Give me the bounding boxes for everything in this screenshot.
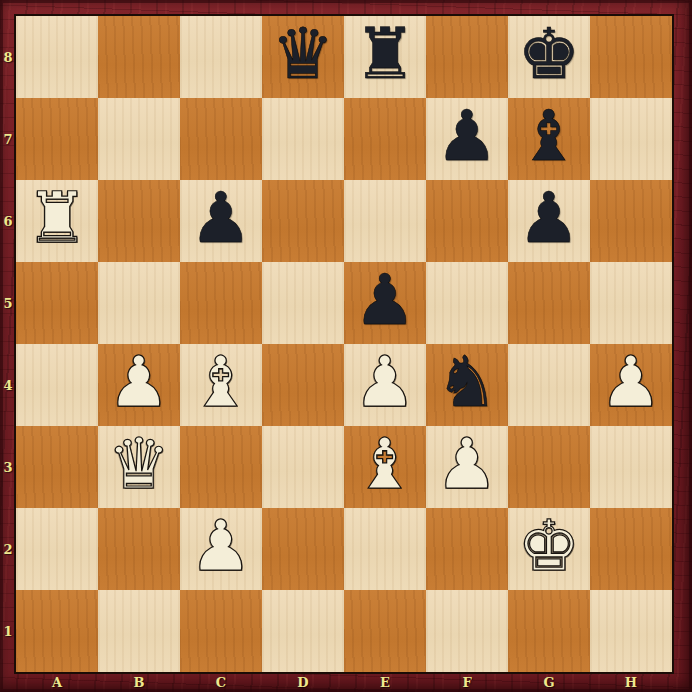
square-a7[interactable] — [16, 98, 98, 180]
piece-white-king[interactable]: ♚ — [518, 511, 581, 581]
square-f7[interactable]: ♟ — [426, 98, 508, 180]
square-b3[interactable]: ♛ — [98, 426, 180, 508]
square-b4[interactable]: ♟ — [98, 344, 180, 426]
rank-label-5: 5 — [0, 262, 16, 344]
piece-black-pawn[interactable]: ♟ — [190, 183, 253, 253]
file-label-a: A — [16, 672, 98, 692]
file-label-f: F — [426, 672, 508, 692]
rank-label-7: 7 — [0, 98, 16, 180]
file-label-c: C — [180, 672, 262, 692]
rank-label-3: 3 — [0, 426, 16, 508]
piece-black-pawn[interactable]: ♟ — [436, 101, 499, 171]
square-f4[interactable]: ♞ — [426, 344, 508, 426]
square-d7[interactable] — [262, 98, 344, 180]
square-g8[interactable]: ♚ — [508, 16, 590, 98]
square-f2[interactable] — [426, 508, 508, 590]
square-f1[interactable] — [426, 590, 508, 672]
file-label-e: E — [344, 672, 426, 692]
square-b2[interactable] — [98, 508, 180, 590]
piece-white-pawn[interactable]: ♟ — [108, 347, 171, 417]
piece-white-pawn[interactable]: ♟ — [354, 347, 417, 417]
square-e8[interactable]: ♜ — [344, 16, 426, 98]
square-f8[interactable] — [426, 16, 508, 98]
square-h7[interactable] — [590, 98, 672, 180]
square-a3[interactable] — [16, 426, 98, 508]
square-a6[interactable]: ♜ — [16, 180, 98, 262]
square-f5[interactable] — [426, 262, 508, 344]
square-e7[interactable] — [344, 98, 426, 180]
piece-black-pawn[interactable]: ♟ — [518, 183, 581, 253]
square-a1[interactable] — [16, 590, 98, 672]
rank-label-8: 8 — [0, 16, 16, 98]
piece-black-knight[interactable]: ♞ — [436, 347, 499, 417]
square-g4[interactable] — [508, 344, 590, 426]
square-d2[interactable] — [262, 508, 344, 590]
square-b6[interactable] — [98, 180, 180, 262]
square-c8[interactable] — [180, 16, 262, 98]
square-f3[interactable]: ♟ — [426, 426, 508, 508]
piece-black-rook[interactable]: ♜ — [354, 19, 417, 89]
square-c2[interactable]: ♟ — [180, 508, 262, 590]
file-label-b: B — [98, 672, 180, 692]
file-label-g: G — [508, 672, 590, 692]
square-c1[interactable] — [180, 590, 262, 672]
square-h8[interactable] — [590, 16, 672, 98]
square-b8[interactable] — [98, 16, 180, 98]
square-h6[interactable] — [590, 180, 672, 262]
square-c7[interactable] — [180, 98, 262, 180]
square-d1[interactable] — [262, 590, 344, 672]
square-g1[interactable] — [508, 590, 590, 672]
piece-black-queen[interactable]: ♛ — [272, 19, 335, 89]
rank-label-1: 1 — [0, 590, 16, 672]
square-c6[interactable]: ♟ — [180, 180, 262, 262]
square-a4[interactable] — [16, 344, 98, 426]
square-b1[interactable] — [98, 590, 180, 672]
piece-black-pawn[interactable]: ♟ — [354, 265, 417, 335]
square-c5[interactable] — [180, 262, 262, 344]
piece-black-king[interactable]: ♚ — [518, 19, 581, 89]
square-h1[interactable] — [590, 590, 672, 672]
square-g2[interactable]: ♚ — [508, 508, 590, 590]
square-e3[interactable]: ♝ — [344, 426, 426, 508]
square-e5[interactable]: ♟ — [344, 262, 426, 344]
square-h5[interactable] — [590, 262, 672, 344]
square-a5[interactable] — [16, 262, 98, 344]
piece-white-pawn[interactable]: ♟ — [600, 347, 663, 417]
square-g5[interactable] — [508, 262, 590, 344]
square-a8[interactable] — [16, 16, 98, 98]
piece-white-pawn[interactable]: ♟ — [190, 511, 253, 581]
square-c3[interactable] — [180, 426, 262, 508]
file-label-h: H — [590, 672, 672, 692]
square-d4[interactable] — [262, 344, 344, 426]
square-g7[interactable]: ♝ — [508, 98, 590, 180]
square-h3[interactable] — [590, 426, 672, 508]
file-label-d: D — [262, 672, 344, 692]
square-d6[interactable] — [262, 180, 344, 262]
rank-label-6: 6 — [0, 180, 16, 262]
piece-white-rook[interactable]: ♜ — [26, 183, 89, 253]
square-e2[interactable] — [344, 508, 426, 590]
piece-black-bishop[interactable]: ♝ — [518, 101, 581, 171]
square-g3[interactable] — [508, 426, 590, 508]
square-h4[interactable]: ♟ — [590, 344, 672, 426]
piece-white-bishop[interactable]: ♝ — [354, 429, 417, 499]
square-d3[interactable] — [262, 426, 344, 508]
rank-label-2: 2 — [0, 508, 16, 590]
square-a2[interactable] — [16, 508, 98, 590]
square-c4[interactable]: ♝ — [180, 344, 262, 426]
square-h2[interactable] — [590, 508, 672, 590]
square-f6[interactable] — [426, 180, 508, 262]
square-b5[interactable] — [98, 262, 180, 344]
square-e4[interactable]: ♟ — [344, 344, 426, 426]
square-d5[interactable] — [262, 262, 344, 344]
piece-white-queen[interactable]: ♛ — [108, 429, 171, 499]
square-g6[interactable]: ♟ — [508, 180, 590, 262]
square-b7[interactable] — [98, 98, 180, 180]
piece-white-pawn[interactable]: ♟ — [436, 429, 499, 499]
square-e6[interactable] — [344, 180, 426, 262]
chess-board: ♛♜♚♟♝♜♟♟♟♟♝♟♞♟♛♝♟♟♚ — [16, 16, 672, 672]
piece-white-bishop[interactable]: ♝ — [190, 347, 253, 417]
rank-label-4: 4 — [0, 344, 16, 426]
square-d8[interactable]: ♛ — [262, 16, 344, 98]
board-frame: ♛♜♚♟♝♜♟♟♟♟♝♟♞♟♛♝♟♟♚ 87654321ABCDEFGH — [0, 0, 692, 692]
square-e1[interactable] — [344, 590, 426, 672]
